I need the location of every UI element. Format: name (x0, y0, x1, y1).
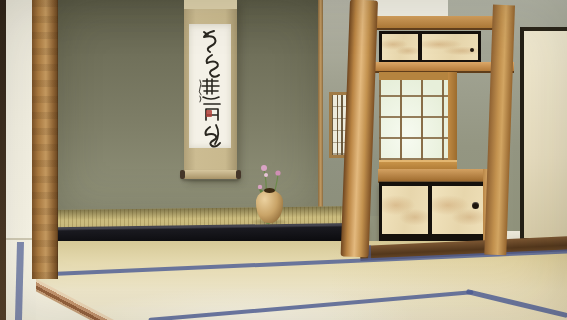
scroll-roller (181, 170, 240, 179)
roller-knob (180, 170, 185, 179)
hanging-scroll: 清流無間断 (184, 0, 237, 180)
door-pull-icon (470, 48, 474, 52)
door-pull-icon (472, 202, 479, 209)
lower-cabinet-right-door (432, 186, 484, 234)
upper-cabinet-left-door (382, 34, 418, 60)
shoji-window (379, 72, 457, 182)
lower-cabinet (379, 182, 487, 242)
artist-seal (206, 110, 212, 117)
roller-knob (236, 170, 241, 179)
lower-cabinet-left-door (382, 186, 428, 234)
left-wood-pillar (32, 0, 58, 279)
scroll-hanging-rod (184, 0, 237, 9)
counter-board (378, 169, 494, 183)
shoji-right-stile (448, 72, 457, 164)
washitsu-room-photo: 清流無間断 (0, 0, 567, 320)
fusuma-door (520, 27, 567, 243)
scroll-paper: 清流無間断 (189, 24, 231, 148)
shoji-paper-panes (379, 80, 448, 160)
upper-cabinet (379, 31, 481, 63)
upper-cabinet-right-door (422, 34, 478, 60)
vase-mouth (264, 188, 275, 193)
upper-white-wall (374, 0, 448, 16)
calligraphy-artwork (189, 24, 231, 148)
